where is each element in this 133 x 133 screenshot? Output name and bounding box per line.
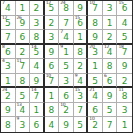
cell-digit: 1 [63,48,69,57]
cell-r4c5[interactable]: 91 [59,45,74,60]
cell-digit: 9 [77,4,83,13]
cell-digit: 9 [5,106,11,115]
cage-sum: 7 [2,1,5,6]
cell-digit: 6 [77,19,83,28]
cell-r2c3[interactable]: 3 [30,16,45,31]
cell-r7c3[interactable]: 147 [30,88,45,103]
cell-r8c4[interactable]: 8 [45,103,60,118]
cell-digit: 7 [63,19,69,28]
cell-digit: 6 [19,33,25,42]
cell-digit: 9 [34,77,40,86]
cell-digit: 4 [107,48,113,57]
cell-r9c6[interactable]: 5 [74,117,89,132]
cell-digit: 2 [77,62,83,71]
cell-r4c4[interactable]: 9 [45,45,60,60]
cell-r5c6[interactable]: 2 [74,59,89,74]
cage-sum: 9 [60,45,63,50]
cell-r9c1[interactable]: 8 [1,117,16,132]
cell-digit: 2 [49,19,55,28]
cell-digit: 5 [107,106,113,115]
cell-r8c3[interactable]: 1 [30,103,45,118]
cell-r3c9[interactable]: 5 [117,30,132,45]
cell-r1c2[interactable]: 1 [16,1,31,16]
cell-digit: 8 [92,19,98,28]
cell-digit: 5 [77,121,83,130]
cell-r4c3[interactable]: 145 [30,45,45,60]
cell-digit: 6 [63,92,69,101]
cage-sum: 11 [17,59,22,64]
cage-sum: 11 [118,88,123,93]
cell-digit: 1 [122,121,128,130]
cell-r9c4[interactable]: 4 [45,117,60,132]
cell-digit: 1 [92,62,98,71]
cell-digit: 3 [77,92,83,101]
cell-r5c3[interactable]: 4 [30,59,45,74]
cage-sum: 10 [60,103,65,108]
cell-r3c8[interactable]: 2 [103,30,118,45]
cell-digit: 3 [19,121,25,130]
cell-r6c9[interactable]: 2 [117,74,132,89]
cell-digit: 9 [92,33,98,42]
cell-r6c3[interactable]: 9 [30,74,45,89]
cage-sum: 10 [89,117,94,122]
cell-digit: 8 [63,4,69,13]
cell-r6c4[interactable]: 107 [45,74,60,89]
cell-r7c5[interactable]: 6 [59,88,74,103]
cell-r2c6[interactable]: 156 [74,16,89,31]
cell-r5c4[interactable]: 6 [45,59,60,74]
cell-digit: 2 [63,106,69,115]
cell-r2c8[interactable]: 1 [103,16,118,31]
cage-sum: 10 [89,1,94,6]
cell-digit: 1 [77,33,83,42]
cell-digit: 6 [107,77,113,86]
cell-digit: 2 [19,48,25,57]
cell-r1c4[interactable]: 125 [45,1,60,16]
cell-r2c5[interactable]: 7 [59,16,74,31]
cell-digit: 2 [92,121,98,130]
cell-digit: 9 [49,48,55,57]
cell-digit: 3 [34,19,40,28]
cell-r8c7[interactable]: 6 [88,103,103,118]
cell-digit: 1 [19,4,25,13]
cage-sum: 24 [2,88,7,93]
cell-digit: 5 [19,92,25,101]
cell-r2c7[interactable]: 8 [88,16,103,31]
cell-digit: 4 [49,121,55,130]
cell-r3c3[interactable]: 8 [30,30,45,45]
cage-sum: 20 [89,45,94,50]
cell-digit: 4 [34,62,40,71]
cell-r1c5[interactable]: 248 [59,1,74,16]
cage-sum: 7 [60,30,63,35]
cell-r7c8[interactable]: 9 [103,88,118,103]
cell-r3c5[interactable]: 74 [59,30,74,45]
killer-sudoku-screenshot: 7412125248910731561252693271568147683741… [0,0,133,133]
cage-sum: 13 [17,103,22,108]
cage-sum: 10 [46,74,51,79]
cage-sum: 8 [2,45,5,50]
cell-digit: 8 [77,48,83,57]
cage-sum: 15 [75,88,80,93]
cell-r1c8[interactable]: 3 [103,1,118,16]
cell-digit: 3 [63,77,69,86]
cell-r2c1[interactable]: 125 [1,16,16,31]
cell-r8c5[interactable]: 102 [59,103,74,118]
cell-r7c7[interactable]: 214 [88,88,103,103]
cell-r2c4[interactable]: 2 [45,16,60,31]
cell-digit: 1 [107,19,113,28]
cell-r6c1[interactable]: 1 [1,74,16,89]
cell-digit: 8 [34,33,40,42]
cage-sum: 24 [60,1,65,6]
cell-digit: 8 [49,106,55,115]
cell-digit: 7 [19,62,25,71]
cell-r6c5[interactable]: 3 [59,74,74,89]
cell-r5c7[interactable]: 1 [88,59,103,74]
cell-digit: 2 [5,92,11,101]
cell-digit: 2 [107,33,113,42]
cell-r2c2[interactable]: 269 [16,16,31,31]
cell-r8c8[interactable]: 5 [103,103,118,118]
cell-r6c7[interactable]: 5 [88,74,103,89]
cell-digit: 5 [92,77,98,86]
cage-sum: 6 [104,74,107,79]
cell-r7c9[interactable]: 118 [117,88,132,103]
cell-r2c9[interactable]: 4 [117,16,132,31]
cell-r3c2[interactable]: 6 [16,30,31,45]
cell-r9c3[interactable]: 6 [30,117,45,132]
cell-r4c9[interactable]: 187 [117,45,132,60]
cell-digit: 8 [19,77,25,86]
cell-r9c9[interactable]: 1 [117,117,132,132]
cell-r7c6[interactable]: 153 [74,88,89,103]
cage-sum: 15 [118,1,123,6]
cage-sum: 9 [17,117,20,122]
cell-digit: 7 [34,92,40,101]
cell-r8c9[interactable]: 3 [117,103,132,118]
cell-r9c7[interactable]: 102 [88,117,103,132]
cell-r1c9[interactable]: 156 [117,1,132,16]
cell-r6c6[interactable]: 94 [74,74,89,89]
cell-digit: 4 [19,106,25,115]
cell-r8c1[interactable]: 9 [1,103,16,118]
cell-r3c1[interactable]: 7 [1,30,16,45]
cage-sum: 21 [89,88,94,93]
cell-r4c6[interactable]: 8 [74,45,89,60]
cell-digit: 8 [5,121,11,130]
cell-digit: 4 [92,92,98,101]
cell-r4c8[interactable]: 124 [103,45,118,60]
cell-digit: 5 [5,19,11,28]
cell-digit: 1 [34,106,40,115]
cell-digit: 2 [122,77,128,86]
cell-r4c2[interactable]: 2 [16,45,31,60]
cell-digit: 3 [5,62,11,71]
cell-r7c2[interactable]: 5 [16,88,31,103]
cell-digit: 3 [107,4,113,13]
cell-digit: 6 [122,4,128,13]
cell-r3c4[interactable]: 3 [45,30,60,45]
cell-digit: 1 [49,92,55,101]
cell-digit: 6 [49,62,55,71]
cell-digit: 4 [5,4,11,13]
cell-digit: 7 [77,106,83,115]
cell-digit: 1 [5,77,11,86]
cage-sum: 14 [31,88,36,93]
cell-r6c2[interactable]: 8 [16,74,31,89]
cage-sum: 14 [31,45,36,50]
cell-r9c5[interactable]: 9 [59,117,74,132]
cell-r5c2[interactable]: 117 [16,59,31,74]
cell-r4c1[interactable]: 86 [1,45,16,60]
cell-digit: 5 [122,33,128,42]
cell-r5c1[interactable]: 43 [1,59,16,74]
cell-r7c4[interactable]: 1 [45,88,60,103]
cell-digit: 3 [122,106,128,115]
cell-r3c6[interactable]: 1 [74,30,89,45]
cell-digit: 8 [122,92,128,101]
cell-digit: 7 [107,121,113,130]
cell-digit: 7 [92,4,98,13]
cell-digit: 3 [92,48,98,57]
cell-r1c6[interactable]: 9 [74,1,89,16]
cell-digit: 5 [49,4,55,13]
cage-sum: 4 [2,59,5,64]
cell-r9c8[interactable]: 7 [103,117,118,132]
cell-r8c2[interactable]: 134 [16,103,31,118]
cell-digit: 4 [63,33,69,42]
cell-digit: 6 [5,48,11,57]
cell-digit: 4 [77,77,83,86]
cell-r3c7[interactable]: 9 [88,30,103,45]
cell-digit: 4 [122,19,128,28]
cage-sum: 9 [75,74,78,79]
cell-r6c8[interactable]: 66 [103,74,118,89]
cell-r5c5[interactable]: 5 [59,59,74,74]
cell-digit: 2 [34,4,40,13]
cage-sum: 26 [17,16,22,21]
cell-r9c2[interactable]: 93 [16,117,31,132]
cage-sum: 12 [104,45,109,50]
cage-sum: 18 [118,45,123,50]
cell-r1c1[interactable]: 74 [1,1,16,16]
cage-sum: 12 [2,16,7,21]
cell-r5c8[interactable]: 8 [103,59,118,74]
cell-digit: 7 [5,33,11,42]
cell-r1c3[interactable]: 2 [30,1,45,16]
cell-r5c9[interactable]: 9 [117,59,132,74]
cell-r7c1[interactable]: 242 [1,88,16,103]
cell-digit: 6 [92,106,98,115]
cell-r4c7[interactable]: 203 [88,45,103,60]
cage-sum: 12 [46,1,51,6]
cell-digit: 3 [49,33,55,42]
cell-digit: 6 [34,121,40,130]
cell-digit: 7 [122,48,128,57]
cell-digit: 9 [63,121,69,130]
cage-sum: 15 [75,16,80,21]
sudoku-board: 7412125248910731561252693271568147683741… [0,0,133,133]
cell-digit: 5 [63,62,69,71]
cell-r8c6[interactable]: 7 [74,103,89,118]
cell-r1c7[interactable]: 107 [88,1,103,16]
cell-digit: 5 [34,48,40,57]
cell-digit: 8 [107,62,113,71]
cell-digit: 9 [122,62,128,71]
cell-digit: 9 [19,19,25,28]
cell-digit: 9 [107,92,113,101]
